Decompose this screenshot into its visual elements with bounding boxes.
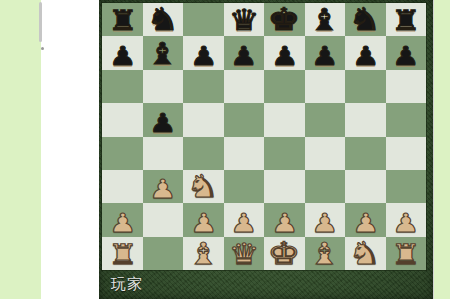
black-king-e8: ♚ (268, 4, 301, 36)
black-pawn-b5: ♟ (149, 110, 177, 137)
white-knight-c3: ♞ (187, 171, 220, 203)
square-f5[interactable] (305, 103, 346, 136)
white-rook-a1: ♜ (107, 241, 137, 270)
white-knight-g1: ♞ (349, 238, 382, 270)
square-h8[interactable]: ♜ (386, 3, 427, 36)
black-bishop-b7: ♝ (147, 39, 179, 70)
square-h1[interactable]: ♜ (386, 237, 427, 270)
square-d8[interactable]: ♛ (224, 3, 265, 36)
square-f4[interactable] (305, 137, 346, 170)
white-pawn-a2: ♟ (108, 210, 136, 237)
black-pawn-d7: ♟ (230, 43, 258, 70)
square-b4[interactable] (143, 137, 184, 170)
square-h2[interactable]: ♟ (386, 203, 427, 236)
white-pawn-c2: ♟ (189, 210, 217, 237)
square-f7[interactable]: ♟ (305, 36, 346, 69)
square-e3[interactable] (264, 170, 305, 203)
square-g8[interactable]: ♞ (345, 3, 386, 36)
square-h5[interactable] (386, 103, 427, 136)
square-g6[interactable] (345, 70, 386, 103)
black-pawn-e7: ♟ (270, 43, 298, 70)
square-h6[interactable] (386, 70, 427, 103)
square-e2[interactable]: ♟ (264, 203, 305, 236)
square-b7[interactable]: ♝ (143, 36, 184, 69)
black-bishop-f8: ♝ (309, 5, 341, 36)
square-b5[interactable]: ♟ (143, 103, 184, 136)
white-bishop-c1: ♝ (187, 239, 219, 270)
square-e6[interactable] (264, 70, 305, 103)
black-pawn-a7: ♟ (108, 43, 136, 70)
square-e8[interactable]: ♚ (264, 3, 305, 36)
square-a4[interactable] (102, 137, 143, 170)
black-rook-h8: ♜ (391, 7, 421, 36)
square-d6[interactable] (224, 70, 265, 103)
square-a2[interactable]: ♟ (102, 203, 143, 236)
square-g3[interactable] (345, 170, 386, 203)
square-a1[interactable]: ♜ (102, 237, 143, 270)
square-f2[interactable]: ♟ (305, 203, 346, 236)
white-pawn-b3: ♟ (149, 176, 177, 203)
square-h4[interactable] (386, 137, 427, 170)
square-e7[interactable]: ♟ (264, 36, 305, 69)
square-b3[interactable]: ♟ (143, 170, 184, 203)
square-d4[interactable] (224, 137, 265, 170)
square-f8[interactable]: ♝ (305, 3, 346, 36)
white-pawn-e2: ♟ (270, 210, 298, 237)
square-g2[interactable]: ♟ (345, 203, 386, 236)
white-pawn-h2: ♟ (392, 210, 420, 237)
square-a6[interactable] (102, 70, 143, 103)
black-pawn-g7: ♟ (351, 43, 379, 70)
white-king-e1: ♚ (268, 238, 301, 270)
square-c2[interactable]: ♟ (183, 203, 224, 236)
square-g1[interactable]: ♞ (345, 237, 386, 270)
square-e4[interactable] (264, 137, 305, 170)
page-dot-artifact (41, 47, 44, 50)
square-c5[interactable] (183, 103, 224, 136)
player-name-label: 玩家 (111, 275, 143, 294)
square-g7[interactable]: ♟ (345, 36, 386, 69)
square-g4[interactable] (345, 137, 386, 170)
square-d2[interactable]: ♟ (224, 203, 265, 236)
black-knight-g8: ♞ (349, 4, 382, 36)
page-scrollbar-artifact (39, 2, 42, 42)
white-queen-d1: ♛ (228, 240, 259, 270)
square-h7[interactable]: ♟ (386, 36, 427, 69)
square-d5[interactable] (224, 103, 265, 136)
white-pawn-f2: ♟ (311, 210, 339, 237)
square-b1[interactable] (143, 237, 184, 270)
square-e5[interactable] (264, 103, 305, 136)
bezel-shadow (433, 0, 434, 299)
page-background: { "game": "chess", "app": { "player_labe… (0, 0, 450, 299)
black-pawn-h7: ♟ (392, 43, 420, 70)
square-c7[interactable]: ♟ (183, 36, 224, 69)
square-c1[interactable]: ♝ (183, 237, 224, 270)
square-b8[interactable]: ♞ (143, 3, 184, 36)
player-bar: 玩家 (99, 270, 433, 299)
square-b6[interactable] (143, 70, 184, 103)
square-c8[interactable] (183, 3, 224, 36)
square-f3[interactable] (305, 170, 346, 203)
white-pawn-d2: ♟ (230, 210, 258, 237)
white-bishop-f1: ♝ (309, 239, 341, 270)
white-rook-h1: ♜ (391, 241, 421, 270)
square-a8[interactable]: ♜ (102, 3, 143, 36)
square-d3[interactable] (224, 170, 265, 203)
black-pawn-f7: ♟ (311, 43, 339, 70)
white-pawn-g2: ♟ (351, 210, 379, 237)
square-a7[interactable]: ♟ (102, 36, 143, 69)
square-c6[interactable] (183, 70, 224, 103)
square-c3[interactable]: ♞ (183, 170, 224, 203)
black-queen-d8: ♛ (228, 6, 259, 36)
black-pawn-c7: ♟ (189, 43, 217, 70)
square-g5[interactable] (345, 103, 386, 136)
square-f1[interactable]: ♝ (305, 237, 346, 270)
device-bezel: ♜♞♛♚♝♞♜♟♝♟♟♟♟♟♟♟♟♞♟♟♟♟♟♟♟♜♝♛♚♝♞♜ 玩家 (41, 0, 403, 299)
square-c4[interactable] (183, 137, 224, 170)
chess-board: ♜♞♛♚♝♞♜♟♝♟♟♟♟♟♟♟♟♞♟♟♟♟♟♟♟♜♝♛♚♝♞♜ (102, 3, 426, 270)
chess-app-screen: ♜♞♛♚♝♞♜♟♝♟♟♟♟♟♟♟♟♞♟♟♟♟♟♟♟♜♝♛♚♝♞♜ 玩家 (99, 0, 433, 299)
black-rook-a8: ♜ (107, 7, 137, 36)
square-h3[interactable] (386, 170, 427, 203)
square-d7[interactable]: ♟ (224, 36, 265, 69)
square-d1[interactable]: ♛ (224, 237, 265, 270)
black-knight-b8: ♞ (146, 4, 179, 36)
square-b2[interactable] (143, 203, 184, 236)
square-f6[interactable] (305, 70, 346, 103)
square-a5[interactable] (102, 103, 143, 136)
square-a3[interactable] (102, 170, 143, 203)
square-e1[interactable]: ♚ (264, 237, 305, 270)
